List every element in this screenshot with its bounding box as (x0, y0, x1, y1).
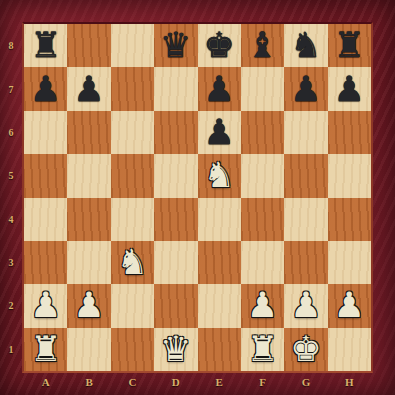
square-d6[interactable] (154, 111, 197, 154)
square-f7[interactable] (241, 67, 284, 110)
piece-black-pawn[interactable]: ♟ (73, 72, 104, 107)
piece-black-pawn[interactable]: ♟ (290, 72, 321, 107)
square-d4[interactable] (154, 198, 197, 241)
square-c5[interactable] (111, 154, 154, 197)
square-b1[interactable] (67, 328, 110, 371)
square-c8[interactable] (111, 24, 154, 67)
file-label-f: F (241, 371, 284, 393)
square-h2[interactable]: ♟ (328, 284, 371, 327)
square-d3[interactable] (154, 241, 197, 284)
piece-black-queen[interactable]: ♛ (160, 28, 191, 63)
piece-white-knight[interactable]: ♞ (117, 245, 148, 280)
square-a8[interactable]: ♜ (24, 24, 67, 67)
square-b6[interactable] (67, 111, 110, 154)
piece-white-knight[interactable]: ♞ (203, 158, 234, 193)
piece-white-queen[interactable]: ♛ (160, 332, 191, 367)
rank-label-4: 4 (0, 198, 22, 241)
square-c6[interactable] (111, 111, 154, 154)
square-f5[interactable] (241, 154, 284, 197)
square-e7[interactable]: ♟ (198, 67, 241, 110)
square-c3[interactable]: ♞ (111, 241, 154, 284)
square-e6[interactable]: ♟ (198, 111, 241, 154)
square-a3[interactable] (24, 241, 67, 284)
file-label-h: H (328, 371, 371, 393)
rank-label-3: 3 (0, 241, 22, 284)
square-b8[interactable] (67, 24, 110, 67)
square-f4[interactable] (241, 198, 284, 241)
square-f1[interactable]: ♜ (241, 328, 284, 371)
square-h6[interactable] (328, 111, 371, 154)
piece-white-pawn[interactable]: ♟ (30, 288, 61, 323)
square-a7[interactable]: ♟ (24, 67, 67, 110)
piece-black-rook[interactable]: ♜ (334, 28, 365, 63)
piece-black-knight[interactable]: ♞ (290, 28, 321, 63)
square-b3[interactable] (67, 241, 110, 284)
square-e1[interactable] (198, 328, 241, 371)
file-label-g: G (284, 371, 327, 393)
square-d8[interactable]: ♛ (154, 24, 197, 67)
square-c2[interactable] (111, 284, 154, 327)
square-e2[interactable] (198, 284, 241, 327)
square-b5[interactable] (67, 154, 110, 197)
square-a2[interactable]: ♟ (24, 284, 67, 327)
square-a5[interactable] (24, 154, 67, 197)
square-c4[interactable] (111, 198, 154, 241)
square-d5[interactable] (154, 154, 197, 197)
square-e8[interactable]: ♚ (198, 24, 241, 67)
square-f2[interactable]: ♟ (241, 284, 284, 327)
piece-black-king[interactable]: ♚ (203, 28, 234, 63)
square-e5[interactable]: ♞ (198, 154, 241, 197)
piece-white-rook[interactable]: ♜ (247, 332, 278, 367)
file-label-d: D (154, 371, 197, 393)
piece-black-pawn[interactable]: ♟ (334, 72, 365, 107)
square-b7[interactable]: ♟ (67, 67, 110, 110)
chess-board-frame: 87654321 ABCDEFGH ♜♛♚♝♞♜♟♟♟♟♟♟♞♞♟♟♟♟♟♜♛♜… (0, 0, 395, 395)
square-d2[interactable] (154, 284, 197, 327)
square-g4[interactable] (284, 198, 327, 241)
square-b2[interactable]: ♟ (67, 284, 110, 327)
piece-white-king[interactable]: ♚ (290, 332, 321, 367)
square-g8[interactable]: ♞ (284, 24, 327, 67)
rank-label-6: 6 (0, 111, 22, 154)
rank-labels: 87654321 (0, 24, 22, 371)
square-h7[interactable]: ♟ (328, 67, 371, 110)
square-f8[interactable]: ♝ (241, 24, 284, 67)
square-c1[interactable] (111, 328, 154, 371)
square-h4[interactable] (328, 198, 371, 241)
square-e3[interactable] (198, 241, 241, 284)
rank-label-1: 1 (0, 328, 22, 371)
square-g6[interactable] (284, 111, 327, 154)
rank-label-2: 2 (0, 284, 22, 327)
piece-white-pawn[interactable]: ♟ (334, 288, 365, 323)
square-a6[interactable] (24, 111, 67, 154)
piece-black-pawn[interactable]: ♟ (203, 72, 234, 107)
piece-white-rook[interactable]: ♜ (30, 332, 61, 367)
square-c7[interactable] (111, 67, 154, 110)
square-a4[interactable] (24, 198, 67, 241)
file-label-b: B (67, 371, 110, 393)
square-a1[interactable]: ♜ (24, 328, 67, 371)
chess-board[interactable]: ♜♛♚♝♞♜♟♟♟♟♟♟♞♞♟♟♟♟♟♜♛♜♚ (22, 22, 373, 373)
piece-white-pawn[interactable]: ♟ (247, 288, 278, 323)
rank-label-5: 5 (0, 154, 22, 197)
piece-black-pawn[interactable]: ♟ (30, 72, 61, 107)
piece-black-pawn[interactable]: ♟ (203, 115, 234, 150)
file-label-a: A (24, 371, 67, 393)
piece-white-pawn[interactable]: ♟ (290, 288, 321, 323)
file-label-c: C (111, 371, 154, 393)
square-b4[interactable] (67, 198, 110, 241)
square-d1[interactable]: ♛ (154, 328, 197, 371)
square-f6[interactable] (241, 111, 284, 154)
square-g1[interactable]: ♚ (284, 328, 327, 371)
piece-black-rook[interactable]: ♜ (30, 28, 61, 63)
square-g2[interactable]: ♟ (284, 284, 327, 327)
square-h3[interactable] (328, 241, 371, 284)
square-h1[interactable] (328, 328, 371, 371)
square-f3[interactable] (241, 241, 284, 284)
square-h8[interactable]: ♜ (328, 24, 371, 67)
file-labels: ABCDEFGH (24, 371, 371, 393)
rank-label-8: 8 (0, 24, 22, 67)
file-label-e: E (198, 371, 241, 393)
piece-white-pawn[interactable]: ♟ (73, 288, 104, 323)
square-g5[interactable] (284, 154, 327, 197)
square-g7[interactable]: ♟ (284, 67, 327, 110)
square-h5[interactable] (328, 154, 371, 197)
rank-label-7: 7 (0, 67, 22, 110)
square-d7[interactable] (154, 67, 197, 110)
square-g3[interactable] (284, 241, 327, 284)
piece-black-bishop[interactable]: ♝ (247, 28, 278, 63)
square-e4[interactable] (198, 198, 241, 241)
